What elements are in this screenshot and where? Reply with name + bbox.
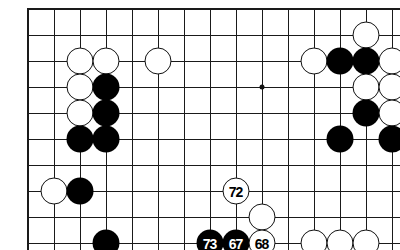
white-stone	[301, 230, 328, 250]
white-stone	[327, 230, 354, 250]
grid-line-vertical	[54, 8, 55, 250]
move-number-label: 67	[229, 236, 244, 250]
black-stone	[353, 100, 380, 127]
stone-move-68: 68	[249, 230, 276, 250]
hoshi-star-point	[260, 85, 265, 90]
white-stone	[145, 48, 172, 75]
grid-line-vertical	[132, 8, 133, 250]
white-stone	[67, 48, 94, 75]
grid-line-vertical	[184, 8, 185, 250]
stone-move-67: 67	[223, 230, 250, 250]
grid-line-vertical	[210, 8, 211, 250]
black-stone	[93, 100, 120, 127]
black-stone	[67, 126, 94, 153]
white-stone	[93, 48, 120, 75]
stone-move-72: 72	[223, 178, 250, 205]
black-stone	[353, 48, 380, 75]
black-stone	[327, 126, 354, 153]
grid-line-horizontal	[27, 165, 400, 166]
grid-line-horizontal	[27, 8, 400, 10]
grid-line-vertical	[27, 8, 29, 250]
white-stone	[353, 22, 380, 49]
move-number-label: 73	[203, 236, 218, 250]
black-stone	[327, 48, 354, 75]
move-number-label: 72	[229, 184, 244, 198]
grid-line-vertical	[236, 8, 237, 250]
black-stone	[93, 74, 120, 101]
grid-line-vertical	[314, 8, 315, 250]
white-stone	[41, 178, 68, 205]
black-stone	[67, 178, 94, 205]
stone-move-73: 73	[197, 230, 224, 250]
black-stone	[93, 230, 120, 250]
white-stone	[67, 74, 94, 101]
move-number-label: 68	[255, 236, 270, 250]
white-stone	[379, 48, 400, 75]
white-stone	[353, 74, 380, 101]
grid-line-horizontal	[27, 35, 400, 36]
black-stone	[93, 126, 120, 153]
white-stone	[353, 230, 380, 250]
black-stone	[379, 126, 400, 153]
go-board: 72736768	[0, 0, 400, 250]
grid-line-vertical	[158, 8, 159, 250]
white-stone	[249, 204, 276, 231]
grid-line-vertical	[288, 8, 289, 250]
white-stone	[67, 100, 94, 127]
white-stone	[379, 74, 400, 101]
grid-line-horizontal	[27, 217, 400, 218]
white-stone	[301, 48, 328, 75]
white-stone	[379, 100, 400, 127]
